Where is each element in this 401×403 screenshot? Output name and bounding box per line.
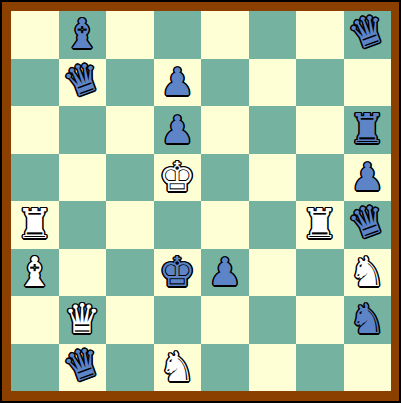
black-rook[interactable]: ♜ bbox=[349, 109, 386, 150]
board-border: ♝♛♛♟♟♜♚♟♜♜♛♝♚♟♞♛♞♛♞ bbox=[2, 2, 399, 401]
square-e3[interactable]: ♟ bbox=[201, 249, 249, 297]
square-h6[interactable]: ♜ bbox=[344, 106, 392, 154]
square-f2[interactable] bbox=[249, 296, 297, 344]
white-king[interactable]: ♚ bbox=[159, 157, 196, 198]
black-queen[interactable]: ♛ bbox=[343, 7, 392, 58]
white-bishop[interactable]: ♝ bbox=[16, 252, 53, 293]
black-queen[interactable]: ♛ bbox=[58, 339, 107, 390]
square-e2[interactable] bbox=[201, 296, 249, 344]
square-c7[interactable] bbox=[106, 59, 154, 107]
square-d7[interactable]: ♟ bbox=[154, 59, 202, 107]
square-b8[interactable]: ♝ bbox=[59, 11, 107, 59]
square-a4[interactable]: ♜ bbox=[11, 201, 59, 249]
square-b7[interactable]: ♛ bbox=[59, 59, 107, 107]
black-pawn[interactable]: ♟ bbox=[208, 253, 242, 291]
square-a7[interactable] bbox=[11, 59, 59, 107]
square-a2[interactable] bbox=[11, 296, 59, 344]
square-b4[interactable] bbox=[59, 201, 107, 249]
white-queen[interactable]: ♛ bbox=[64, 299, 101, 340]
chess-board: ♝♛♛♟♟♜♚♟♜♜♛♝♚♟♞♛♞♛♞ bbox=[11, 11, 391, 391]
square-f1[interactable] bbox=[249, 344, 297, 392]
square-e5[interactable] bbox=[201, 154, 249, 202]
white-knight[interactable]: ♞ bbox=[159, 347, 196, 388]
square-e1[interactable] bbox=[201, 344, 249, 392]
square-c6[interactable] bbox=[106, 106, 154, 154]
square-b5[interactable] bbox=[59, 154, 107, 202]
square-h5[interactable]: ♟ bbox=[344, 154, 392, 202]
square-b3[interactable] bbox=[59, 249, 107, 297]
square-g4[interactable]: ♜ bbox=[296, 201, 344, 249]
black-knight[interactable]: ♞ bbox=[349, 299, 386, 340]
square-h4[interactable]: ♛ bbox=[344, 201, 392, 249]
square-e7[interactable] bbox=[201, 59, 249, 107]
square-g3[interactable] bbox=[296, 249, 344, 297]
square-c8[interactable] bbox=[106, 11, 154, 59]
square-f5[interactable] bbox=[249, 154, 297, 202]
square-d4[interactable] bbox=[154, 201, 202, 249]
square-g6[interactable] bbox=[296, 106, 344, 154]
square-c1[interactable] bbox=[106, 344, 154, 392]
square-f8[interactable] bbox=[249, 11, 297, 59]
square-d1[interactable]: ♞ bbox=[154, 344, 202, 392]
black-pawn[interactable]: ♟ bbox=[160, 111, 194, 149]
square-e8[interactable] bbox=[201, 11, 249, 59]
black-pawn[interactable]: ♟ bbox=[350, 158, 384, 196]
white-knight[interactable]: ♞ bbox=[349, 252, 386, 293]
black-pawn[interactable]: ♟ bbox=[160, 63, 194, 101]
square-c5[interactable] bbox=[106, 154, 154, 202]
square-h3[interactable]: ♞ bbox=[344, 249, 392, 297]
square-f7[interactable] bbox=[249, 59, 297, 107]
black-queen[interactable]: ♛ bbox=[58, 54, 107, 105]
square-c4[interactable] bbox=[106, 201, 154, 249]
square-g5[interactable] bbox=[296, 154, 344, 202]
square-c2[interactable] bbox=[106, 296, 154, 344]
square-f3[interactable] bbox=[249, 249, 297, 297]
square-b2[interactable]: ♛ bbox=[59, 296, 107, 344]
square-d5[interactable]: ♚ bbox=[154, 154, 202, 202]
square-b6[interactable] bbox=[59, 106, 107, 154]
square-g2[interactable] bbox=[296, 296, 344, 344]
square-e6[interactable] bbox=[201, 106, 249, 154]
square-d8[interactable] bbox=[154, 11, 202, 59]
square-a1[interactable] bbox=[11, 344, 59, 392]
square-f4[interactable] bbox=[249, 201, 297, 249]
square-h2[interactable]: ♞ bbox=[344, 296, 392, 344]
black-bishop[interactable]: ♝ bbox=[64, 14, 101, 55]
black-king[interactable]: ♚ bbox=[159, 252, 196, 293]
square-f6[interactable] bbox=[249, 106, 297, 154]
square-g1[interactable] bbox=[296, 344, 344, 392]
square-h7[interactable] bbox=[344, 59, 392, 107]
square-e4[interactable] bbox=[201, 201, 249, 249]
square-g7[interactable] bbox=[296, 59, 344, 107]
square-d6[interactable]: ♟ bbox=[154, 106, 202, 154]
square-c3[interactable] bbox=[106, 249, 154, 297]
white-rook[interactable]: ♜ bbox=[301, 204, 338, 245]
square-h8[interactable]: ♛ bbox=[344, 11, 392, 59]
square-g8[interactable] bbox=[296, 11, 344, 59]
square-a3[interactable]: ♝ bbox=[11, 249, 59, 297]
square-a6[interactable] bbox=[11, 106, 59, 154]
square-d2[interactable] bbox=[154, 296, 202, 344]
square-d3[interactable]: ♚ bbox=[154, 249, 202, 297]
square-a8[interactable] bbox=[11, 11, 59, 59]
square-h1[interactable] bbox=[344, 344, 392, 392]
white-rook[interactable]: ♜ bbox=[16, 204, 53, 245]
board-frame: ♝♛♛♟♟♜♚♟♜♜♛♝♚♟♞♛♞♛♞ bbox=[0, 0, 401, 403]
black-queen[interactable]: ♛ bbox=[343, 197, 392, 248]
square-b1[interactable]: ♛ bbox=[59, 344, 107, 392]
square-a5[interactable] bbox=[11, 154, 59, 202]
